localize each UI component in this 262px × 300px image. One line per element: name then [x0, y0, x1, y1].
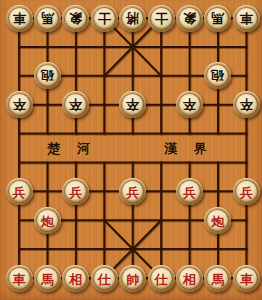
piece-face: 相 [65, 268, 86, 289]
piece-glyph: 車 [13, 11, 26, 24]
piece-glyph: 砲 [41, 69, 54, 82]
piece-glyph: 車 [240, 272, 253, 285]
piece-glyph: 馬 [41, 11, 54, 24]
piece-glyph: 馬 [41, 272, 54, 285]
piece-black-advisor[interactable]: 士 [148, 5, 175, 32]
river-label-right: 漢界 [164, 140, 224, 158]
piece-glyph: 兵 [183, 185, 196, 198]
piece-face: 砲 [37, 65, 58, 86]
piece-glyph: 帥 [126, 272, 139, 285]
piece-face: 馬 [207, 8, 228, 29]
piece-glyph: 卒 [69, 98, 82, 111]
piece-face: 卒 [236, 94, 257, 115]
piece-red-chariot[interactable]: 車 [233, 265, 260, 292]
piece-glyph: 卒 [240, 98, 253, 111]
piece-glyph: 將 [126, 11, 139, 24]
piece-face: 砲 [207, 65, 228, 86]
piece-face: 兵 [65, 181, 86, 202]
piece-black-horse[interactable]: 馬 [34, 5, 61, 32]
piece-face: 士 [151, 8, 172, 29]
piece-black-horse[interactable]: 馬 [204, 5, 231, 32]
piece-glyph: 士 [98, 11, 111, 24]
piece-glyph: 馬 [211, 272, 224, 285]
piece-face: 車 [9, 268, 30, 289]
piece-face: 象 [179, 8, 200, 29]
piece-face: 馬 [37, 8, 58, 29]
piece-red-advisor[interactable]: 仕 [148, 265, 175, 292]
piece-black-elephant[interactable]: 象 [176, 5, 203, 32]
piece-face: 卒 [179, 94, 200, 115]
piece-face: 將 [122, 8, 143, 29]
piece-glyph: 相 [183, 272, 196, 285]
piece-glyph: 仕 [98, 272, 111, 285]
piece-red-cannon[interactable]: 炮 [204, 207, 231, 234]
piece-face: 兵 [122, 181, 143, 202]
piece-face: 炮 [37, 210, 58, 231]
piece-red-soldier[interactable]: 兵 [6, 178, 33, 205]
piece-red-horse[interactable]: 馬 [34, 265, 61, 292]
piece-glyph: 炮 [211, 214, 224, 227]
piece-face: 馬 [37, 268, 58, 289]
piece-red-soldier[interactable]: 兵 [233, 178, 260, 205]
piece-black-soldier[interactable]: 卒 [6, 91, 33, 118]
piece-red-chariot[interactable]: 車 [6, 265, 33, 292]
piece-face: 相 [179, 268, 200, 289]
piece-red-advisor[interactable]: 仕 [91, 265, 118, 292]
piece-glyph: 馬 [211, 11, 224, 24]
piece-black-soldier[interactable]: 卒 [176, 91, 203, 118]
piece-face: 卒 [9, 94, 30, 115]
piece-face: 車 [9, 8, 30, 29]
piece-glyph: 兵 [69, 185, 82, 198]
xiangqi-board[interactable]: 楚河 漢界 車馬象士將士象馬車砲砲卒卒卒卒卒兵兵兵兵兵炮炮車馬相仕帥仕相馬車 [0, 0, 262, 300]
piece-face: 兵 [236, 181, 257, 202]
piece-face: 兵 [9, 181, 30, 202]
piece-red-elephant[interactable]: 相 [176, 265, 203, 292]
piece-red-soldier[interactable]: 兵 [176, 178, 203, 205]
piece-black-soldier[interactable]: 卒 [233, 91, 260, 118]
piece-black-cannon[interactable]: 砲 [34, 62, 61, 89]
piece-face: 仕 [94, 268, 115, 289]
piece-face: 卒 [122, 94, 143, 115]
piece-red-cannon[interactable]: 炮 [34, 207, 61, 234]
piece-face: 兵 [179, 181, 200, 202]
piece-glyph: 炮 [41, 214, 54, 227]
piece-red-soldier[interactable]: 兵 [119, 178, 146, 205]
piece-red-soldier[interactable]: 兵 [62, 178, 89, 205]
piece-face: 炮 [207, 210, 228, 231]
piece-face: 馬 [207, 268, 228, 289]
piece-black-chariot[interactable]: 車 [233, 5, 260, 32]
piece-glyph: 仕 [155, 272, 168, 285]
piece-glyph: 砲 [211, 69, 224, 82]
piece-face: 帥 [122, 268, 143, 289]
piece-glyph: 兵 [240, 185, 253, 198]
piece-glyph: 車 [240, 11, 253, 24]
piece-glyph: 卒 [13, 98, 26, 111]
river-label-left: 楚河 [47, 140, 107, 158]
piece-glyph: 兵 [13, 185, 26, 198]
piece-red-general[interactable]: 帥 [119, 265, 146, 292]
piece-black-general[interactable]: 將 [119, 5, 146, 32]
piece-face: 仕 [151, 268, 172, 289]
piece-face: 卒 [65, 94, 86, 115]
piece-face: 士 [94, 8, 115, 29]
piece-black-chariot[interactable]: 車 [6, 5, 33, 32]
piece-red-horse[interactable]: 馬 [204, 265, 231, 292]
piece-glyph: 車 [13, 272, 26, 285]
piece-glyph: 象 [183, 11, 196, 24]
piece-glyph: 象 [69, 11, 82, 24]
piece-glyph: 相 [69, 272, 82, 285]
piece-red-elephant[interactable]: 相 [62, 265, 89, 292]
piece-glyph: 卒 [126, 98, 139, 111]
piece-glyph: 兵 [126, 185, 139, 198]
piece-glyph: 卒 [183, 98, 196, 111]
piece-black-elephant[interactable]: 象 [62, 5, 89, 32]
piece-face: 車 [236, 8, 257, 29]
piece-face: 象 [65, 8, 86, 29]
piece-glyph: 士 [155, 11, 168, 24]
piece-black-advisor[interactable]: 士 [91, 5, 118, 32]
piece-face: 車 [236, 268, 257, 289]
